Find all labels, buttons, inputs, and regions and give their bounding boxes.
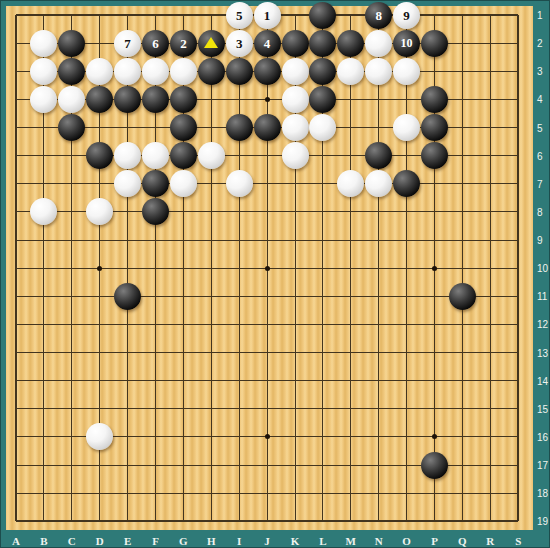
row-label: 19 xyxy=(537,516,548,527)
row-label: 12 xyxy=(537,319,548,330)
row-label: 9 xyxy=(537,235,543,246)
black-stone[interactable] xyxy=(226,58,253,85)
column-label: B xyxy=(40,535,47,547)
black-stone[interactable] xyxy=(142,170,169,197)
white-stone[interactable] xyxy=(365,58,392,85)
white-stone[interactable] xyxy=(114,58,141,85)
black-stone[interactable]: 8 xyxy=(365,2,392,29)
go-board-app: 51897623410 ABCDEFGHIJKLMNOPQRS 12345678… xyxy=(0,0,550,548)
row-label: 15 xyxy=(537,403,548,414)
white-stone[interactable] xyxy=(282,142,309,169)
black-stone[interactable] xyxy=(170,142,197,169)
row-label: 1 xyxy=(537,10,543,21)
column-label: I xyxy=(237,535,241,547)
black-stone[interactable] xyxy=(86,86,113,113)
black-stone[interactable] xyxy=(142,198,169,225)
black-stone[interactable]: 10 xyxy=(393,30,420,57)
hoshi-star-point xyxy=(265,434,270,439)
row-label: 10 xyxy=(537,263,548,274)
go-board[interactable]: 51897623410 xyxy=(6,6,533,530)
hoshi-star-point xyxy=(432,434,437,439)
grid-line-vertical xyxy=(517,15,519,521)
column-label: N xyxy=(375,535,383,547)
grid-line-horizontal xyxy=(16,493,518,494)
black-stone[interactable] xyxy=(421,86,448,113)
row-label: 4 xyxy=(537,94,543,105)
column-label: S xyxy=(515,535,521,547)
column-label: P xyxy=(431,535,438,547)
black-stone[interactable] xyxy=(170,86,197,113)
white-stone[interactable] xyxy=(198,142,225,169)
black-stone[interactable]: 4 xyxy=(254,30,281,57)
black-stone[interactable] xyxy=(421,30,448,57)
move-number-label: 2 xyxy=(180,37,187,50)
column-label: F xyxy=(152,535,159,547)
black-stone[interactable] xyxy=(421,114,448,141)
white-stone[interactable] xyxy=(282,114,309,141)
black-stone[interactable] xyxy=(337,30,364,57)
triangle-marker-icon xyxy=(204,37,218,48)
black-stone[interactable] xyxy=(282,30,309,57)
black-stone[interactable] xyxy=(421,142,448,169)
black-stone[interactable] xyxy=(58,58,85,85)
column-label: E xyxy=(124,535,131,547)
white-stone[interactable] xyxy=(170,58,197,85)
black-stone[interactable] xyxy=(58,30,85,57)
white-stone[interactable] xyxy=(309,114,336,141)
column-label: J xyxy=(264,535,270,547)
grid-line-horizontal xyxy=(16,408,518,409)
black-stone[interactable] xyxy=(421,452,448,479)
grid-line-horizontal xyxy=(16,324,518,325)
column-label: L xyxy=(319,535,326,547)
black-stone[interactable] xyxy=(198,30,225,57)
column-label: K xyxy=(291,535,300,547)
grid-line-horizontal xyxy=(16,380,518,381)
black-stone[interactable] xyxy=(114,283,141,310)
row-label: 6 xyxy=(537,150,543,161)
grid-line-vertical xyxy=(350,15,351,521)
white-stone[interactable] xyxy=(30,86,57,113)
row-label: 7 xyxy=(537,178,543,189)
hoshi-star-point xyxy=(432,266,437,271)
white-stone[interactable] xyxy=(58,86,85,113)
column-label: M xyxy=(346,535,356,547)
grid-line-vertical xyxy=(378,15,379,521)
black-stone[interactable] xyxy=(309,58,336,85)
grid-line-vertical xyxy=(462,15,463,521)
white-stone[interactable]: 9 xyxy=(393,2,420,29)
white-stone[interactable] xyxy=(226,170,253,197)
white-stone[interactable] xyxy=(365,30,392,57)
grid-line-vertical xyxy=(490,15,491,521)
column-label: D xyxy=(96,535,104,547)
white-stone[interactable] xyxy=(282,86,309,113)
row-label: 2 xyxy=(537,38,543,49)
move-number-label: 1 xyxy=(264,9,271,22)
white-stone[interactable] xyxy=(337,58,364,85)
grid-line-vertical xyxy=(406,15,407,521)
column-label: H xyxy=(207,535,216,547)
black-stone[interactable] xyxy=(58,114,85,141)
black-stone[interactable] xyxy=(198,58,225,85)
row-label: 18 xyxy=(537,488,548,499)
column-label: A xyxy=(12,535,20,547)
hoshi-star-point xyxy=(97,266,102,271)
white-stone[interactable]: 3 xyxy=(226,30,253,57)
black-stone[interactable] xyxy=(254,58,281,85)
black-stone[interactable] xyxy=(170,114,197,141)
black-stone[interactable] xyxy=(254,114,281,141)
white-stone[interactable] xyxy=(337,170,364,197)
white-stone[interactable] xyxy=(142,58,169,85)
column-label: O xyxy=(402,535,411,547)
white-stone[interactable]: 7 xyxy=(114,30,141,57)
white-stone[interactable] xyxy=(114,142,141,169)
move-number-label: 9 xyxy=(403,9,410,22)
white-stone[interactable] xyxy=(86,58,113,85)
black-stone[interactable] xyxy=(449,283,476,310)
black-stone[interactable]: 2 xyxy=(170,30,197,57)
white-stone[interactable] xyxy=(142,142,169,169)
grid-line-horizontal xyxy=(16,520,518,522)
white-stone[interactable]: 5 xyxy=(226,2,253,29)
white-stone[interactable] xyxy=(86,198,113,225)
row-label: 17 xyxy=(537,460,548,471)
grid-line-horizontal xyxy=(16,352,518,353)
black-stone[interactable]: 6 xyxy=(142,30,169,57)
row-label: 8 xyxy=(537,206,543,217)
move-number-label: 6 xyxy=(152,37,159,50)
row-label: 13 xyxy=(537,347,548,358)
hoshi-star-point xyxy=(265,97,270,102)
white-stone[interactable] xyxy=(282,58,309,85)
column-label: Q xyxy=(458,535,467,547)
white-stone[interactable] xyxy=(170,170,197,197)
black-stone[interactable] xyxy=(142,86,169,113)
white-stone[interactable] xyxy=(365,170,392,197)
white-stone[interactable]: 1 xyxy=(254,2,281,29)
black-stone[interactable] xyxy=(309,2,336,29)
move-number-label: 10 xyxy=(401,37,413,49)
row-label: 16 xyxy=(537,431,548,442)
row-label: 5 xyxy=(537,122,543,133)
white-stone[interactable] xyxy=(30,198,57,225)
white-stone[interactable] xyxy=(30,58,57,85)
white-stone[interactable] xyxy=(86,423,113,450)
column-label: R xyxy=(486,535,494,547)
white-stone[interactable] xyxy=(393,114,420,141)
black-stone[interactable] xyxy=(226,114,253,141)
move-number-label: 5 xyxy=(236,9,243,22)
column-label: C xyxy=(68,535,76,547)
white-stone[interactable] xyxy=(393,58,420,85)
column-label: G xyxy=(179,535,188,547)
black-stone[interactable] xyxy=(393,170,420,197)
move-number-label: 3 xyxy=(236,37,243,50)
white-stone[interactable] xyxy=(30,30,57,57)
move-number-label: 8 xyxy=(375,9,382,22)
move-number-label: 7 xyxy=(124,37,131,50)
black-stone[interactable] xyxy=(114,86,141,113)
row-label: 3 xyxy=(537,66,543,77)
grid-line-horizontal xyxy=(16,296,518,297)
black-stone[interactable] xyxy=(309,30,336,57)
black-stone[interactable] xyxy=(365,142,392,169)
move-number-label: 4 xyxy=(264,37,271,50)
black-stone[interactable] xyxy=(86,142,113,169)
white-stone[interactable] xyxy=(114,170,141,197)
black-stone[interactable] xyxy=(309,86,336,113)
row-label: 14 xyxy=(537,375,548,386)
hoshi-star-point xyxy=(265,266,270,271)
row-label: 11 xyxy=(537,291,547,302)
